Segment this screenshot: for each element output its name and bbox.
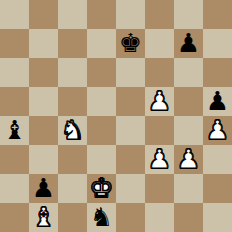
square-f7[interactable] (145, 29, 174, 58)
square-c2[interactable] (58, 174, 87, 203)
square-g2[interactable] (174, 174, 203, 203)
square-c8[interactable] (58, 0, 87, 29)
black-bishop-icon[interactable]: ♝ (3, 117, 26, 143)
square-d2[interactable]: ♚ (87, 174, 116, 203)
square-a1[interactable] (0, 203, 29, 232)
square-h4[interactable]: ♟ (203, 116, 232, 145)
black-pawn-icon[interactable]: ♟ (32, 175, 55, 201)
square-h2[interactable] (203, 174, 232, 203)
square-d6[interactable] (87, 58, 116, 87)
square-d5[interactable] (87, 87, 116, 116)
square-g8[interactable] (174, 0, 203, 29)
square-h8[interactable] (203, 0, 232, 29)
square-d8[interactable] (87, 0, 116, 29)
square-g4[interactable] (174, 116, 203, 145)
square-h1[interactable] (203, 203, 232, 232)
square-c1[interactable] (58, 203, 87, 232)
square-c7[interactable] (58, 29, 87, 58)
square-e1[interactable] (116, 203, 145, 232)
black-pawn-icon[interactable]: ♟ (206, 88, 229, 114)
square-c5[interactable] (58, 87, 87, 116)
black-pawn-icon[interactable]: ♟ (177, 30, 200, 56)
square-a3[interactable] (0, 145, 29, 174)
square-f4[interactable] (145, 116, 174, 145)
square-f1[interactable] (145, 203, 174, 232)
square-b7[interactable] (29, 29, 58, 58)
square-b5[interactable] (29, 87, 58, 116)
square-a7[interactable] (0, 29, 29, 58)
square-b1[interactable]: ♝ (29, 203, 58, 232)
square-e5[interactable] (116, 87, 145, 116)
white-bishop-icon[interactable]: ♝ (32, 204, 55, 230)
square-e4[interactable] (116, 116, 145, 145)
square-e3[interactable] (116, 145, 145, 174)
square-h3[interactable] (203, 145, 232, 174)
black-knight-icon[interactable]: ♞ (90, 204, 113, 230)
white-pawn-icon[interactable]: ♟ (148, 146, 171, 172)
square-f8[interactable] (145, 0, 174, 29)
chess-board: ♚♟♟♟♝♞♟♟♟♟♚♝♞ (0, 0, 232, 232)
square-b4[interactable] (29, 116, 58, 145)
square-d1[interactable]: ♞ (87, 203, 116, 232)
black-king-icon[interactable]: ♚ (119, 30, 142, 56)
square-d7[interactable] (87, 29, 116, 58)
square-d3[interactable] (87, 145, 116, 174)
square-g1[interactable] (174, 203, 203, 232)
square-g6[interactable] (174, 58, 203, 87)
square-a6[interactable] (0, 58, 29, 87)
square-a5[interactable] (0, 87, 29, 116)
square-h5[interactable]: ♟ (203, 87, 232, 116)
square-c4[interactable]: ♞ (58, 116, 87, 145)
square-f3[interactable]: ♟ (145, 145, 174, 174)
white-knight-icon[interactable]: ♞ (61, 117, 84, 143)
square-h6[interactable] (203, 58, 232, 87)
square-g7[interactable]: ♟ (174, 29, 203, 58)
white-pawn-icon[interactable]: ♟ (177, 146, 200, 172)
white-pawn-icon[interactable]: ♟ (148, 88, 171, 114)
square-e2[interactable] (116, 174, 145, 203)
white-king-icon[interactable]: ♚ (90, 175, 113, 201)
square-f5[interactable]: ♟ (145, 87, 174, 116)
square-e7[interactable]: ♚ (116, 29, 145, 58)
square-a4[interactable]: ♝ (0, 116, 29, 145)
square-a8[interactable] (0, 0, 29, 29)
square-c3[interactable] (58, 145, 87, 174)
square-b8[interactable] (29, 0, 58, 29)
square-f2[interactable] (145, 174, 174, 203)
square-e6[interactable] (116, 58, 145, 87)
square-g3[interactable]: ♟ (174, 145, 203, 174)
square-h7[interactable] (203, 29, 232, 58)
square-b2[interactable]: ♟ (29, 174, 58, 203)
square-e8[interactable] (116, 0, 145, 29)
white-pawn-icon[interactable]: ♟ (206, 117, 229, 143)
square-b3[interactable] (29, 145, 58, 174)
square-a2[interactable] (0, 174, 29, 203)
square-b6[interactable] (29, 58, 58, 87)
square-c6[interactable] (58, 58, 87, 87)
square-f6[interactable] (145, 58, 174, 87)
square-g5[interactable] (174, 87, 203, 116)
square-d4[interactable] (87, 116, 116, 145)
